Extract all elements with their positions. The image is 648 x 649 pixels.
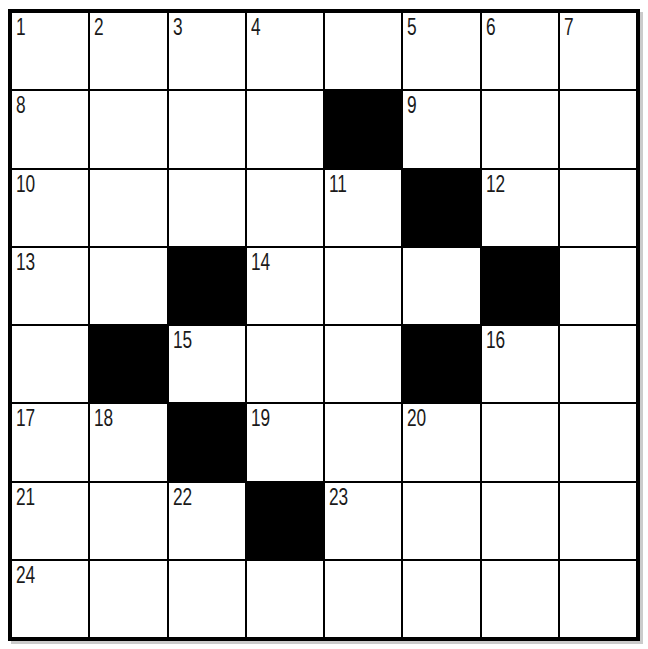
white-cell[interactable]	[169, 561, 245, 637]
white-cell[interactable]	[325, 248, 401, 324]
clue-number: 4	[251, 14, 261, 39]
white-cell[interactable]	[403, 248, 479, 324]
crossword-board: 123456789101112131415161718192021222324	[8, 9, 640, 641]
white-cell[interactable]	[325, 326, 401, 402]
white-cell[interactable]	[403, 561, 479, 637]
white-cell[interactable]	[169, 91, 245, 167]
white-cell[interactable]: 19	[247, 404, 323, 480]
white-cell[interactable]	[325, 404, 401, 480]
white-cell[interactable]: 7	[560, 13, 636, 89]
white-cell[interactable]: 13	[12, 248, 88, 324]
white-cell[interactable]	[247, 326, 323, 402]
white-cell[interactable]: 18	[90, 404, 166, 480]
clue-number: 7	[564, 14, 574, 39]
white-cell[interactable]	[247, 170, 323, 246]
white-cell[interactable]	[12, 326, 88, 402]
clue-number: 17	[16, 405, 35, 430]
white-cell[interactable]: 10	[12, 170, 88, 246]
black-cell	[325, 91, 401, 167]
clue-number: 22	[173, 484, 192, 509]
white-cell[interactable]	[247, 561, 323, 637]
white-cell[interactable]	[482, 404, 558, 480]
white-cell[interactable]	[560, 326, 636, 402]
white-cell[interactable]	[325, 13, 401, 89]
white-cell[interactable]: 1	[12, 13, 88, 89]
clue-number: 18	[94, 405, 113, 430]
white-cell[interactable]	[325, 561, 401, 637]
white-cell[interactable]: 4	[247, 13, 323, 89]
white-cell[interactable]: 15	[169, 326, 245, 402]
black-cell	[169, 404, 245, 480]
white-cell[interactable]: 2	[90, 13, 166, 89]
clue-number: 20	[407, 405, 426, 430]
clue-number: 5	[407, 14, 417, 39]
white-cell[interactable]	[90, 561, 166, 637]
clue-number: 10	[16, 171, 35, 196]
black-cell	[90, 326, 166, 402]
clue-number: 14	[251, 249, 270, 274]
white-cell[interactable]: 8	[12, 91, 88, 167]
white-cell[interactable]	[560, 404, 636, 480]
white-cell[interactable]	[560, 91, 636, 167]
white-cell[interactable]	[560, 483, 636, 559]
clue-number: 3	[173, 14, 183, 39]
black-cell	[403, 170, 479, 246]
black-cell	[482, 248, 558, 324]
clue-number: 21	[16, 484, 35, 509]
white-cell[interactable]: 22	[169, 483, 245, 559]
white-cell[interactable]	[560, 170, 636, 246]
white-cell[interactable]	[560, 248, 636, 324]
white-cell[interactable]: 5	[403, 13, 479, 89]
clue-number: 24	[16, 562, 35, 587]
white-cell[interactable]	[482, 91, 558, 167]
white-cell[interactable]	[90, 483, 166, 559]
white-cell[interactable]	[560, 561, 636, 637]
white-cell[interactable]: 21	[12, 483, 88, 559]
white-cell[interactable]: 12	[482, 170, 558, 246]
white-cell[interactable]: 9	[403, 91, 479, 167]
white-cell[interactable]: 20	[403, 404, 479, 480]
white-cell[interactable]: 14	[247, 248, 323, 324]
white-cell[interactable]	[482, 561, 558, 637]
white-cell[interactable]	[90, 248, 166, 324]
white-cell[interactable]	[90, 170, 166, 246]
clue-number: 15	[173, 327, 192, 352]
clue-number: 2	[94, 14, 104, 39]
clue-number: 1	[16, 14, 26, 39]
white-cell[interactable]	[482, 483, 558, 559]
clue-number: 11	[329, 171, 347, 196]
clue-number: 8	[16, 92, 26, 117]
crossword-grid: 123456789101112131415161718192021222324	[12, 13, 636, 637]
white-cell[interactable]	[247, 91, 323, 167]
clue-number: 19	[251, 405, 270, 430]
clue-number: 16	[486, 327, 505, 352]
white-cell[interactable]	[169, 170, 245, 246]
clue-number: 23	[329, 484, 348, 509]
black-cell	[403, 326, 479, 402]
white-cell[interactable]: 3	[169, 13, 245, 89]
white-cell[interactable]: 24	[12, 561, 88, 637]
white-cell[interactable]: 17	[12, 404, 88, 480]
white-cell[interactable]	[403, 483, 479, 559]
black-cell	[247, 483, 323, 559]
white-cell[interactable]: 16	[482, 326, 558, 402]
clue-number: 9	[407, 92, 417, 117]
white-cell[interactable]: 23	[325, 483, 401, 559]
white-cell[interactable]: 6	[482, 13, 558, 89]
clue-number: 6	[486, 14, 496, 39]
white-cell[interactable]: 11	[325, 170, 401, 246]
white-cell[interactable]	[90, 91, 166, 167]
black-cell	[169, 248, 245, 324]
clue-number: 12	[486, 171, 505, 196]
clue-number: 13	[16, 249, 35, 274]
